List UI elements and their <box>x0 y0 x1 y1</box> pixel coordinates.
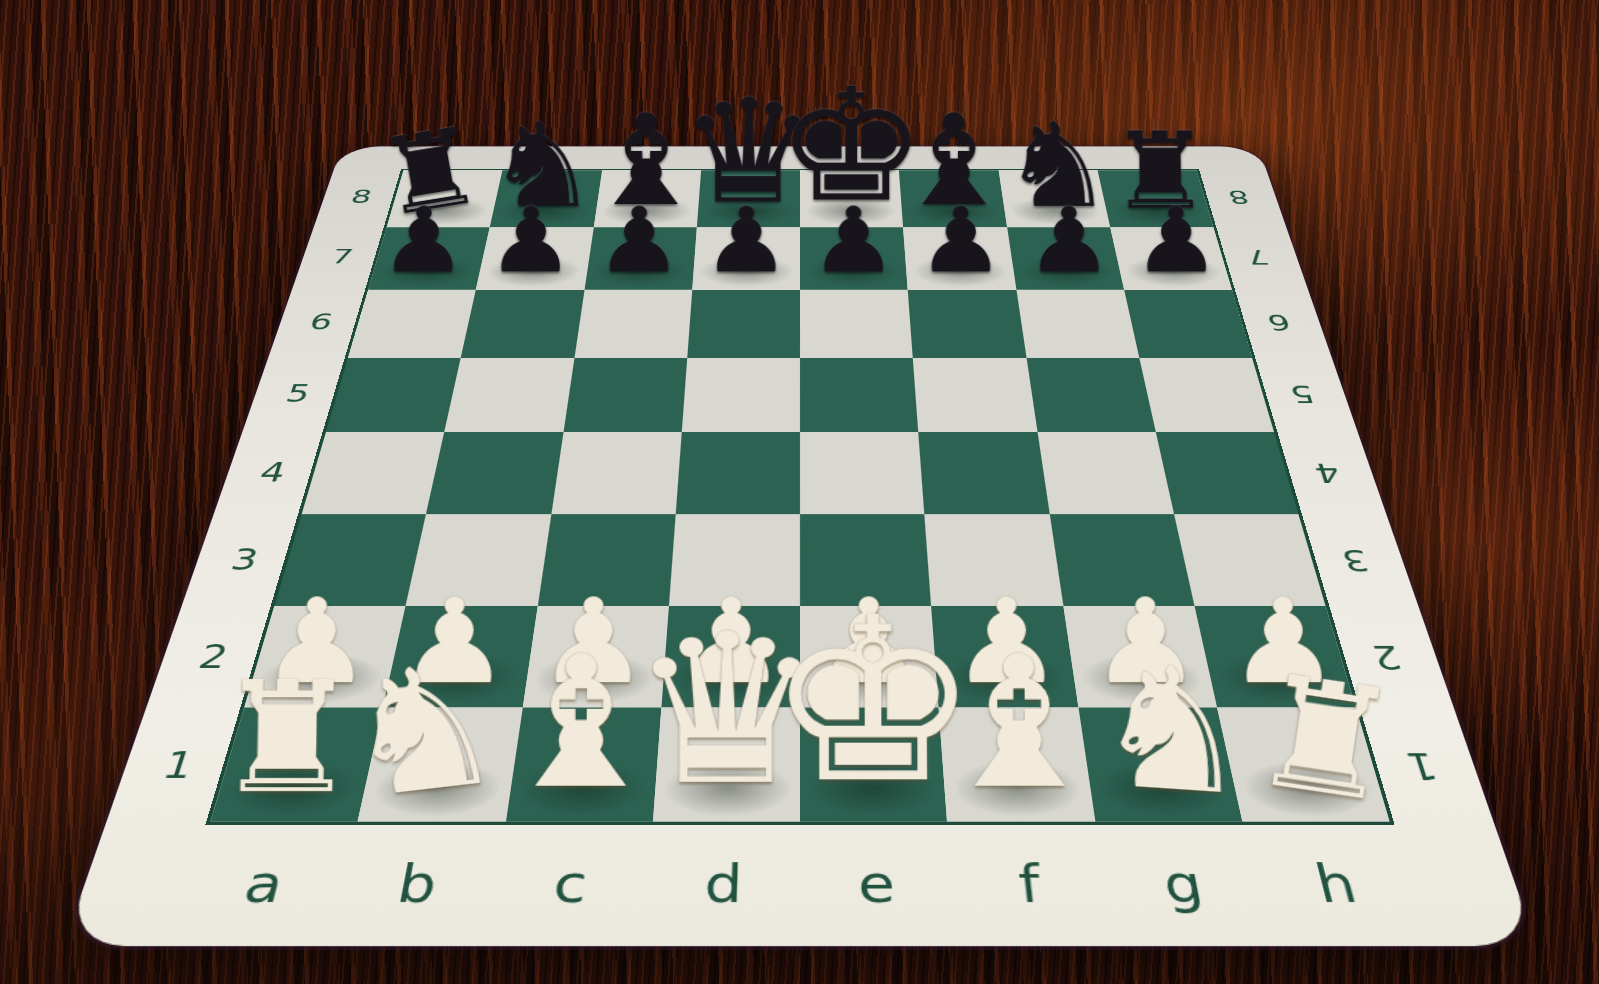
square-f6[interactable] <box>907 289 1025 357</box>
square-e4[interactable] <box>800 432 925 514</box>
square-g5[interactable] <box>1025 357 1155 432</box>
square-g6[interactable] <box>1015 289 1138 357</box>
black-pawn-d7[interactable]: ♟ <box>702 195 789 285</box>
white-bishop-f1[interactable]: ♝ <box>932 632 1106 814</box>
black-pawn-h7[interactable]: ♟ <box>1132 195 1220 285</box>
square-e5[interactable] <box>800 357 919 432</box>
square-g4[interactable] <box>1037 432 1174 514</box>
square-d7[interactable]: ♟ <box>692 227 800 289</box>
square-h7[interactable]: ♟ <box>1110 227 1232 289</box>
square-e6[interactable] <box>800 289 913 357</box>
square-d6[interactable] <box>687 289 800 357</box>
black-pawn-c7[interactable]: ♟ <box>594 195 682 285</box>
square-b6[interactable] <box>461 289 584 357</box>
square-a6[interactable] <box>348 289 476 357</box>
square-g7[interactable]: ♟ <box>1006 227 1123 289</box>
square-c6[interactable] <box>574 289 692 357</box>
square-h5[interactable] <box>1138 357 1273 432</box>
black-pawn-e7[interactable]: ♟ <box>810 195 897 285</box>
square-c7[interactable]: ♟ <box>584 227 697 289</box>
white-rook-h1[interactable]: ♜ <box>1241 651 1408 824</box>
square-b7[interactable]: ♟ <box>476 227 593 289</box>
square-f5[interactable] <box>912 357 1036 432</box>
square-a7[interactable]: ♟ <box>368 227 490 289</box>
black-pawn-g7[interactable]: ♟ <box>1024 195 1112 285</box>
white-knight-g1[interactable]: ♞ <box>1086 640 1257 819</box>
chess-board-grid: ♜♞♝♛♚♝♞♜♟♟♟♟♟♟♟♟♟♟♟♟♟♟♟♟♜♞♝♛♚♝♞♜ <box>205 168 1394 824</box>
square-b5[interactable] <box>444 357 574 432</box>
square-b4[interactable] <box>426 432 563 514</box>
square-e1[interactable]: ♚ <box>800 707 947 821</box>
square-c5[interactable] <box>562 357 686 432</box>
black-pawn-b7[interactable]: ♟ <box>487 195 575 285</box>
square-f7[interactable]: ♟ <box>903 227 1016 289</box>
square-g1[interactable]: ♞ <box>1077 707 1241 821</box>
square-e7[interactable]: ♟ <box>800 227 908 289</box>
square-d5[interactable] <box>681 357 800 432</box>
square-f4[interactable] <box>918 432 1049 514</box>
square-a4[interactable] <box>301 432 444 514</box>
square-d4[interactable] <box>675 432 800 514</box>
square-c4[interactable] <box>550 432 681 514</box>
square-a5[interactable] <box>325 357 460 432</box>
square-h4[interactable] <box>1155 432 1298 514</box>
black-pawn-f7[interactable]: ♟ <box>917 195 1005 285</box>
black-pawn-a7[interactable]: ♟ <box>379 195 467 285</box>
square-f1[interactable]: ♝ <box>938 707 1094 821</box>
square-h6[interactable] <box>1123 289 1251 357</box>
white-knight-b1[interactable]: ♞ <box>333 637 512 824</box>
